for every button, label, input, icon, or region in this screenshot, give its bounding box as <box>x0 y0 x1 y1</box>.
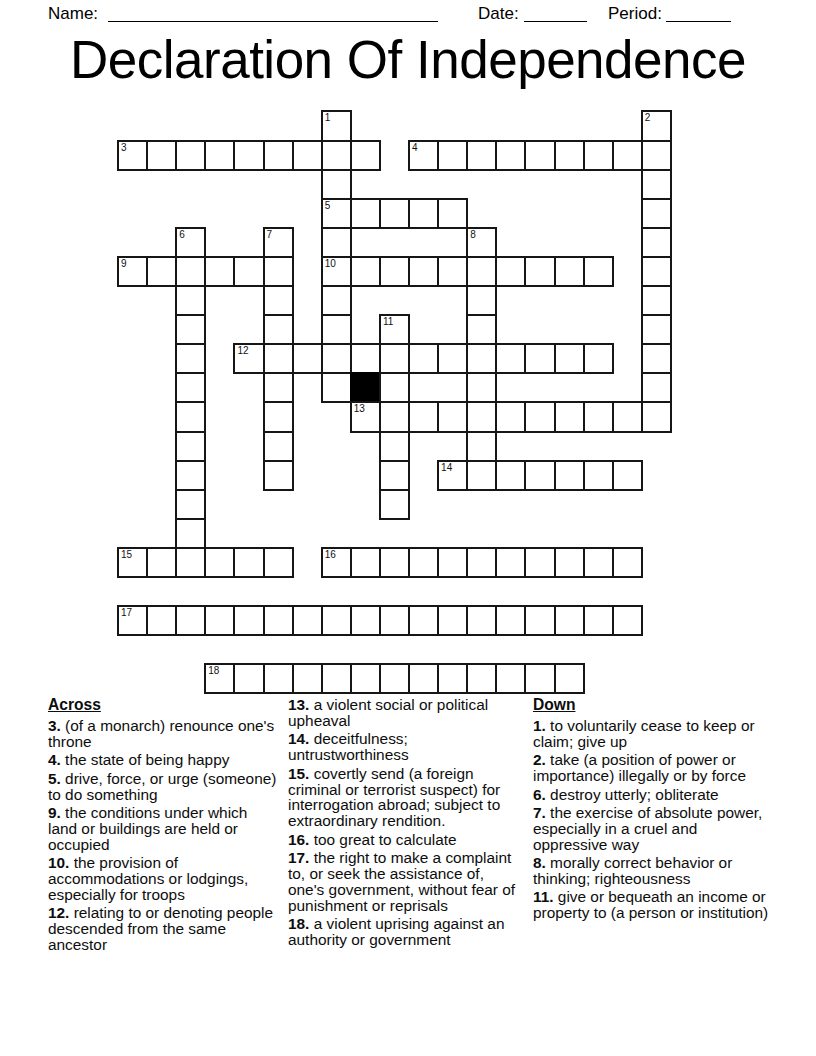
grid-cell[interactable] <box>583 547 614 578</box>
grid-cell[interactable] <box>554 547 585 578</box>
grid-cell[interactable] <box>437 256 468 287</box>
grid-cell[interactable] <box>408 663 439 694</box>
grid-cell[interactable] <box>263 372 294 403</box>
grid-cell[interactable] <box>641 256 672 287</box>
cell-number: 3 <box>121 142 127 153</box>
grid-cell[interactable] <box>321 140 352 171</box>
clue-text: destroy utterly; obliterate <box>546 786 719 803</box>
grid-cell[interactable] <box>408 401 439 432</box>
grid-cell[interactable] <box>554 401 585 432</box>
grid-cell[interactable] <box>466 285 497 316</box>
grid-cell[interactable] <box>146 547 177 578</box>
clue-number: 4. <box>48 751 61 768</box>
clue-number: 2. <box>533 751 546 768</box>
cell-number: 5 <box>325 200 331 211</box>
clue-item: 7. the exercise of absolute power, espec… <box>533 805 773 853</box>
grid-cell[interactable] <box>466 663 497 694</box>
grid-cell[interactable] <box>233 547 264 578</box>
grid-cell[interactable]: 12 <box>233 343 264 374</box>
clue-number: 14. <box>288 730 309 747</box>
clue-item: 6. destroy utterly; obliterate <box>533 787 773 803</box>
clue-number: 7. <box>533 804 546 821</box>
grid-cell[interactable] <box>437 605 468 636</box>
clue-text: to voluntarily cease to keep or claim; g… <box>533 717 755 750</box>
clue-item: 3. (of a monarch) renounce one's throne <box>48 718 277 750</box>
grid-cell[interactable]: 1 <box>321 110 352 141</box>
clue-item: 12. relating to or denoting people desce… <box>48 905 277 953</box>
grid-cell[interactable] <box>466 547 497 578</box>
grid-cell[interactable] <box>466 401 497 432</box>
cell-number: 10 <box>325 258 336 269</box>
clue-item: 17. the right to make a complaint to, or… <box>288 850 519 914</box>
grid-cell[interactable] <box>466 140 497 171</box>
grid-cell[interactable] <box>321 227 352 258</box>
grid-cell[interactable] <box>233 140 264 171</box>
grid-cell[interactable] <box>379 343 410 374</box>
grid-cell[interactable] <box>495 547 526 578</box>
grid-cell[interactable] <box>204 547 235 578</box>
grid-cell[interactable] <box>292 140 323 171</box>
clue-item: 13. a violent social or political upheav… <box>288 697 519 729</box>
clue-text: relating to or denoting people descended… <box>48 904 273 953</box>
grid-cell[interactable] <box>641 227 672 258</box>
grid-cell[interactable] <box>554 256 585 287</box>
grid-cell[interactable] <box>175 605 206 636</box>
grid-cell[interactable] <box>524 140 555 171</box>
cell-number: 2 <box>645 112 651 123</box>
grid-cell[interactable] <box>554 140 585 171</box>
grid-cell[interactable] <box>350 198 381 229</box>
grid-cell[interactable] <box>495 140 526 171</box>
cell-number: 1 <box>325 112 331 123</box>
grid-cell[interactable] <box>554 460 585 491</box>
clue-number: 9. <box>48 804 61 821</box>
grid-cell[interactable] <box>437 343 468 374</box>
clue-number: 5. <box>48 770 61 787</box>
grid-cell[interactable] <box>612 605 643 636</box>
grid-cell[interactable] <box>524 663 555 694</box>
grid-cell[interactable] <box>263 663 294 694</box>
grid-cell[interactable] <box>379 489 410 520</box>
grid-cell[interactable] <box>175 372 206 403</box>
grid-cell[interactable] <box>524 605 555 636</box>
grid-cell[interactable] <box>263 401 294 432</box>
clue-number: 15. <box>288 765 309 782</box>
grid-cell[interactable] <box>263 314 294 345</box>
grid-cell[interactable] <box>641 401 672 432</box>
clue-number: 16. <box>288 831 309 848</box>
clue-item: 1. to voluntarily cease to keep or claim… <box>533 718 773 750</box>
cell-number: 15 <box>121 549 132 560</box>
grid-cell[interactable] <box>292 663 323 694</box>
grid-cell[interactable] <box>263 605 294 636</box>
clue-item: 10. the provision of accommodations or l… <box>48 855 277 903</box>
clue-number: 12. <box>48 904 69 921</box>
cell-number: 13 <box>354 403 365 414</box>
clue-number: 10. <box>48 854 69 871</box>
grid-cell[interactable] <box>612 460 643 491</box>
grid-cell[interactable] <box>612 401 643 432</box>
grid-cell[interactable] <box>350 256 381 287</box>
grid-cell[interactable]: 2 <box>641 110 672 141</box>
grid-cell[interactable] <box>146 605 177 636</box>
across-clues-part2: 13. a violent social or political upheav… <box>288 697 519 948</box>
cell-number: 17 <box>121 607 132 618</box>
grid-cell[interactable] <box>466 256 497 287</box>
grid-cell[interactable] <box>408 256 439 287</box>
grid-cell[interactable] <box>175 518 206 549</box>
grid-cell[interactable]: 18 <box>204 663 235 694</box>
grid-cell[interactable] <box>437 198 468 229</box>
clue-text: take (a position of power or importance)… <box>533 751 746 784</box>
grid-cell[interactable] <box>175 489 206 520</box>
clue-number: 13. <box>288 696 309 713</box>
grid-cell[interactable] <box>175 140 206 171</box>
grid-cell[interactable]: 8 <box>466 227 497 258</box>
across-clues-part1: 3. (of a monarch) renounce one's throne4… <box>48 718 277 953</box>
clue-column-2: 13. a violent social or political upheav… <box>288 697 519 951</box>
grid-cell[interactable] <box>495 343 526 374</box>
grid-cell[interactable] <box>263 431 294 462</box>
grid-cell[interactable] <box>350 343 381 374</box>
grid-cell[interactable] <box>263 343 294 374</box>
grid-cell[interactable]: 9 <box>117 256 148 287</box>
grid-cell[interactable] <box>583 140 614 171</box>
grid-cell[interactable] <box>175 285 206 316</box>
cell-number: 6 <box>179 229 185 240</box>
clue-text: morally correct behavior or thinking; ri… <box>533 854 732 887</box>
grid-cell[interactable]: 14 <box>437 460 468 491</box>
grid-cell[interactable] <box>350 140 381 171</box>
grid-cell[interactable]: 6 <box>175 227 206 258</box>
grid-cell[interactable] <box>437 547 468 578</box>
grid-cell[interactable] <box>175 431 206 462</box>
grid-cell[interactable] <box>379 460 410 491</box>
grid-cell[interactable] <box>292 605 323 636</box>
grid-cell[interactable]: 3 <box>117 140 148 171</box>
grid-cell[interactable] <box>437 401 468 432</box>
clue-item: 4. the state of being happy <box>48 752 277 768</box>
grid-cell[interactable] <box>146 256 177 287</box>
clue-text: a violent social or political upheaval <box>288 696 488 729</box>
grid-cell[interactable] <box>495 256 526 287</box>
clue-item: 16. too great to calculate <box>288 832 519 848</box>
clue-column-3: Down 1. to voluntarily cease to keep or … <box>533 697 773 924</box>
grid-cell[interactable] <box>233 663 264 694</box>
clue-item: 9. the conditions under which land or bu… <box>48 805 277 853</box>
grid-cell[interactable] <box>175 401 206 432</box>
grid-cell[interactable] <box>524 460 555 491</box>
clue-number: 18. <box>288 915 309 932</box>
grid-cell[interactable] <box>379 663 410 694</box>
grid-cell[interactable] <box>175 256 206 287</box>
grid-cell[interactable] <box>321 314 352 345</box>
grid-cell[interactable] <box>612 140 643 171</box>
grid-cell[interactable] <box>175 343 206 374</box>
grid-cell[interactable] <box>379 401 410 432</box>
grid-cell[interactable] <box>524 343 555 374</box>
grid-cell[interactable] <box>175 314 206 345</box>
cell-number: 11 <box>383 316 393 327</box>
grid-cell[interactable]: 4 <box>408 140 439 171</box>
grid-cell[interactable] <box>263 140 294 171</box>
grid-cell[interactable] <box>321 372 352 403</box>
grid-cell[interactable] <box>641 343 672 374</box>
grid-cell[interactable] <box>408 343 439 374</box>
clue-text: drive, force, or urge (someone) to do so… <box>48 770 276 803</box>
grid-cell[interactable]: 16 <box>321 547 352 578</box>
cell-number: 8 <box>470 229 476 240</box>
grid-cell[interactable] <box>437 663 468 694</box>
grid-cell[interactable] <box>466 460 497 491</box>
grid-cell[interactable] <box>175 460 206 491</box>
grid-cell[interactable] <box>379 198 410 229</box>
clue-number: 6. <box>533 786 546 803</box>
cell-number: 9 <box>121 258 127 269</box>
clue-text: too great to calculate <box>309 831 456 848</box>
clue-text: the conditions under which land or build… <box>48 804 247 853</box>
down-clues: 1. to voluntarily cease to keep or claim… <box>533 718 773 921</box>
grid-cell[interactable] <box>524 401 555 432</box>
grid-cell[interactable] <box>583 401 614 432</box>
clue-item: 11. give or bequeath an income or proper… <box>533 889 773 921</box>
cell-number: 14 <box>441 462 452 473</box>
down-header: Down <box>533 697 773 713</box>
grid-cell[interactable] <box>641 285 672 316</box>
grid-cell[interactable]: 15 <box>117 547 148 578</box>
grid-cell[interactable] <box>233 605 264 636</box>
grid-cell[interactable]: 17 <box>117 605 148 636</box>
across-header: Across <box>48 697 277 713</box>
grid-cell[interactable] <box>408 547 439 578</box>
clue-text: give or bequeath an income or property t… <box>533 888 768 921</box>
clue-item: 8. morally correct behavior or thinking;… <box>533 855 773 887</box>
clue-text: the provision of accommodations or lodgi… <box>48 854 248 903</box>
grid-cell[interactable] <box>612 547 643 578</box>
clue-text: (of a monarch) renounce one's throne <box>48 717 274 750</box>
grid-cell[interactable]: 7 <box>263 227 294 258</box>
grid-cell[interactable] <box>321 663 352 694</box>
grid-cell[interactable] <box>583 256 614 287</box>
grid-cell[interactable] <box>466 605 497 636</box>
grid-cell[interactable] <box>263 285 294 316</box>
grid-cell[interactable] <box>379 256 410 287</box>
grid-cell[interactable] <box>350 547 381 578</box>
grid-cell[interactable] <box>321 605 352 636</box>
clue-text: the state of being happy <box>61 751 230 768</box>
grid-cell[interactable] <box>641 140 672 171</box>
grid-cell[interactable] <box>583 605 614 636</box>
clue-item: 2. take (a position of power or importan… <box>533 752 773 784</box>
grid-cell[interactable] <box>263 547 294 578</box>
grid-cell[interactable] <box>466 343 497 374</box>
grid-cell[interactable] <box>554 605 585 636</box>
grid-cell[interactable] <box>233 256 264 287</box>
clue-text: the exercise of absolute power, especial… <box>533 804 762 853</box>
clue-column-1: Across 3. (of a monarch) renounce one's … <box>48 697 277 956</box>
clue-number: 17. <box>288 849 309 866</box>
grid-cell[interactable] <box>583 460 614 491</box>
grid-cell[interactable]: 13 <box>350 401 381 432</box>
clue-text: the right to make a complaint to, or see… <box>288 849 515 914</box>
cell-number: 18 <box>208 665 219 676</box>
grid-cell[interactable] <box>379 547 410 578</box>
grid-cell[interactable] <box>641 198 672 229</box>
clue-text: covertly send (a foreign criminal or ter… <box>288 765 500 830</box>
clue-number: 1. <box>533 717 546 734</box>
grid-cell[interactable] <box>554 343 585 374</box>
grid-cell[interactable] <box>204 256 235 287</box>
grid-cell[interactable] <box>321 343 352 374</box>
grid-cell[interactable] <box>379 372 410 403</box>
grid-cell[interactable] <box>641 372 672 403</box>
grid-cell[interactable] <box>379 605 410 636</box>
grid-cell[interactable] <box>350 663 381 694</box>
grid-cell[interactable] <box>554 663 585 694</box>
clue-number: 3. <box>48 717 61 734</box>
clue-number: 8. <box>533 854 546 871</box>
black-cell <box>350 372 381 403</box>
grid-cell[interactable] <box>263 256 294 287</box>
grid-cell[interactable] <box>641 169 672 200</box>
grid-cell[interactable] <box>204 605 235 636</box>
grid-cell[interactable] <box>437 140 468 171</box>
grid-cell[interactable] <box>321 285 352 316</box>
clue-item: 5. drive, force, or urge (someone) to do… <box>48 771 277 803</box>
cell-number: 12 <box>237 345 248 356</box>
grid-cell[interactable] <box>466 314 497 345</box>
grid-cell[interactable]: 11 <box>379 314 410 345</box>
grid-cell[interactable] <box>146 140 177 171</box>
grid-cell[interactable] <box>495 460 526 491</box>
grid-cell[interactable]: 5 <box>321 198 352 229</box>
grid-cell[interactable] <box>204 140 235 171</box>
clue-text: a violent uprising against an authority … <box>288 915 504 948</box>
grid-cell[interactable] <box>466 372 497 403</box>
grid-cell[interactable] <box>495 663 526 694</box>
cell-number: 4 <box>412 142 418 153</box>
clue-item: 18. a violent uprising against an author… <box>288 916 519 948</box>
grid-cell[interactable] <box>408 198 439 229</box>
grid-cell[interactable]: 10 <box>321 256 352 287</box>
grid-cell[interactable] <box>292 343 323 374</box>
grid-cell[interactable] <box>350 605 381 636</box>
clue-number: 11. <box>533 888 554 905</box>
crossword-grid: 123456789101112131415161718 <box>0 0 816 700</box>
clue-item: 15. covertly send (a foreign criminal or… <box>288 766 519 830</box>
grid-cell[interactable] <box>495 605 526 636</box>
grid-cell[interactable] <box>263 460 294 491</box>
grid-cell[interactable] <box>524 256 555 287</box>
cell-number: 7 <box>267 229 273 240</box>
grid-cell[interactable] <box>466 431 497 462</box>
grid-cell[interactable] <box>408 605 439 636</box>
cell-number: 16 <box>325 549 336 560</box>
grid-cell[interactable] <box>524 547 555 578</box>
clue-item: 14. deceitfulness; untrustworthiness <box>288 731 519 763</box>
grid-cell[interactable] <box>641 314 672 345</box>
grid-cell[interactable] <box>321 169 352 200</box>
grid-cell[interactable] <box>175 547 206 578</box>
grid-cell[interactable] <box>379 431 410 462</box>
grid-cell[interactable] <box>583 343 614 374</box>
grid-cell[interactable] <box>495 401 526 432</box>
